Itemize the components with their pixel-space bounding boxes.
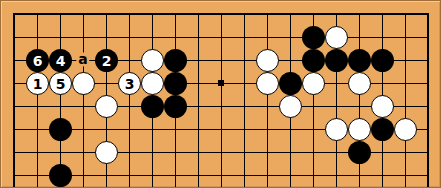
black-stone[interactable] (348, 141, 371, 164)
black-stone[interactable] (164, 49, 187, 72)
black-stone-move-2[interactable]: 2 (95, 49, 118, 72)
white-stone[interactable] (141, 49, 164, 72)
grid-line-vertical (427, 13, 429, 187)
white-stone[interactable] (302, 72, 325, 95)
move-number: 2 (102, 54, 112, 68)
grid-line-vertical (37, 13, 38, 187)
move-number: 5 (56, 77, 66, 91)
white-stone[interactable] (371, 95, 394, 118)
grid-line-vertical (244, 13, 245, 187)
black-stone[interactable] (371, 49, 394, 72)
grid-line-vertical (267, 13, 268, 187)
black-stone[interactable] (49, 118, 72, 141)
black-stone[interactable] (348, 49, 371, 72)
black-stone[interactable] (49, 164, 72, 187)
black-stone[interactable] (141, 95, 164, 118)
white-stone[interactable] (141, 72, 164, 95)
go-board: 642153a (0, 0, 441, 188)
grid-line-vertical (221, 13, 222, 187)
black-stone[interactable] (325, 49, 348, 72)
white-stone-move-5[interactable]: 5 (49, 72, 72, 95)
white-stone[interactable] (348, 118, 371, 141)
white-stone[interactable] (72, 72, 95, 95)
white-stone[interactable] (256, 49, 279, 72)
move-number: 3 (125, 77, 135, 91)
black-stone[interactable] (279, 72, 302, 95)
black-stone[interactable] (302, 49, 325, 72)
white-stone[interactable] (394, 118, 417, 141)
grid-line-horizontal (13, 175, 429, 176)
grid-line-horizontal (13, 106, 429, 107)
grid-line-horizontal (13, 37, 429, 38)
black-stone-move-6[interactable]: 6 (26, 49, 49, 72)
white-stone[interactable] (279, 95, 302, 118)
point-label-a[interactable]: a (76, 52, 89, 66)
star-point-K16 (218, 80, 224, 86)
white-stone[interactable] (256, 72, 279, 95)
black-stone[interactable] (164, 72, 187, 95)
white-stone[interactable] (325, 118, 348, 141)
white-stone[interactable] (325, 26, 348, 49)
white-stone-move-1[interactable]: 1 (26, 72, 49, 95)
grid-line-vertical (83, 13, 84, 187)
grid-line-vertical (198, 13, 199, 187)
move-number: 6 (33, 54, 43, 68)
grid-line-vertical (405, 13, 406, 187)
black-stone[interactable] (302, 26, 325, 49)
grid-line-vertical (60, 13, 61, 187)
black-stone[interactable] (371, 118, 394, 141)
white-stone[interactable] (95, 95, 118, 118)
grid-line-vertical (129, 13, 130, 187)
grid-line-vertical (13, 13, 15, 187)
white-stone[interactable] (95, 141, 118, 164)
white-stone-move-3[interactable]: 3 (118, 72, 141, 95)
black-stone[interactable] (164, 95, 187, 118)
grid-line-horizontal (13, 13, 429, 15)
black-stone-move-4[interactable]: 4 (49, 49, 72, 72)
white-stone[interactable] (348, 72, 371, 95)
move-number: 4 (56, 54, 66, 68)
move-number: 1 (33, 77, 43, 91)
